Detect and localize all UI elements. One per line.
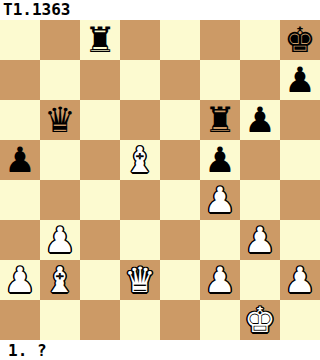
square-e4[interactable] [160,180,200,220]
square-h1[interactable] [280,300,320,340]
square-a1[interactable] [0,300,40,340]
square-c8[interactable]: ♜ [80,20,120,60]
square-h3[interactable] [280,220,320,260]
square-h6[interactable] [280,100,320,140]
square-b8[interactable] [40,20,80,60]
square-g5[interactable] [240,140,280,180]
square-b1[interactable] [40,300,80,340]
square-b7[interactable] [40,60,80,100]
white-pawn[interactable]: ♟ [240,220,280,260]
square-e5[interactable] [160,140,200,180]
white-pawn[interactable]: ♟ [200,180,240,220]
square-e2[interactable] [160,260,200,300]
square-c5[interactable] [80,140,120,180]
square-b3[interactable]: ♟ [40,220,80,260]
square-d3[interactable] [120,220,160,260]
move-prompt: 1. ? [0,340,320,360]
square-g3[interactable]: ♟ [240,220,280,260]
square-b6[interactable]: ♛ [40,100,80,140]
black-rook[interactable]: ♜ [200,100,240,140]
square-d8[interactable] [120,20,160,60]
square-g6[interactable]: ♟ [240,100,280,140]
square-f2[interactable]: ♟ [200,260,240,300]
square-c2[interactable] [80,260,120,300]
black-king[interactable]: ♚ [280,20,320,60]
black-rook[interactable]: ♜ [80,20,120,60]
square-b2[interactable]: ♝ [40,260,80,300]
square-h7[interactable]: ♟ [280,60,320,100]
chess-puzzle-app: T1.1363 ♜♚♟♛♜♟♟♝♟♟♟♟♟♝♛♟♟♚ 1. ? [0,0,320,360]
square-d6[interactable] [120,100,160,140]
square-e1[interactable] [160,300,200,340]
square-d2[interactable]: ♛ [120,260,160,300]
black-pawn[interactable]: ♟ [0,140,40,180]
black-queen[interactable]: ♛ [40,100,80,140]
square-f6[interactable]: ♜ [200,100,240,140]
square-b4[interactable] [40,180,80,220]
square-e6[interactable] [160,100,200,140]
square-h8[interactable]: ♚ [280,20,320,60]
square-c4[interactable] [80,180,120,220]
square-f1[interactable] [200,300,240,340]
square-g7[interactable] [240,60,280,100]
black-pawn[interactable]: ♟ [240,100,280,140]
white-bishop[interactable]: ♝ [120,140,160,180]
square-d4[interactable] [120,180,160,220]
square-f7[interactable] [200,60,240,100]
square-e3[interactable] [160,220,200,260]
white-pawn[interactable]: ♟ [0,260,40,300]
square-g4[interactable] [240,180,280,220]
square-h2[interactable]: ♟ [280,260,320,300]
square-g2[interactable] [240,260,280,300]
square-g8[interactable] [240,20,280,60]
square-a5[interactable]: ♟ [0,140,40,180]
square-f8[interactable] [200,20,240,60]
white-queen[interactable]: ♛ [120,260,160,300]
square-d7[interactable] [120,60,160,100]
square-h5[interactable] [280,140,320,180]
square-a8[interactable] [0,20,40,60]
square-c6[interactable] [80,100,120,140]
square-f5[interactable]: ♟ [200,140,240,180]
square-c3[interactable] [80,220,120,260]
square-a6[interactable] [0,100,40,140]
square-b5[interactable] [40,140,80,180]
square-f4[interactable]: ♟ [200,180,240,220]
black-pawn[interactable]: ♟ [280,60,320,100]
white-pawn[interactable]: ♟ [280,260,320,300]
square-h4[interactable] [280,180,320,220]
square-c1[interactable] [80,300,120,340]
square-a3[interactable] [0,220,40,260]
black-pawn[interactable]: ♟ [200,140,240,180]
square-g1[interactable]: ♚ [240,300,280,340]
white-pawn[interactable]: ♟ [40,220,80,260]
square-d1[interactable] [120,300,160,340]
white-pawn[interactable]: ♟ [200,260,240,300]
square-d5[interactable]: ♝ [120,140,160,180]
square-a2[interactable]: ♟ [0,260,40,300]
puzzle-id: T1.1363 [0,0,320,20]
square-a4[interactable] [0,180,40,220]
chess-board: ♜♚♟♛♜♟♟♝♟♟♟♟♟♝♛♟♟♚ [0,20,320,340]
white-king[interactable]: ♚ [240,300,280,340]
white-bishop[interactable]: ♝ [40,260,80,300]
square-e7[interactable] [160,60,200,100]
square-f3[interactable] [200,220,240,260]
square-e8[interactable] [160,20,200,60]
square-c7[interactable] [80,60,120,100]
square-a7[interactable] [0,60,40,100]
